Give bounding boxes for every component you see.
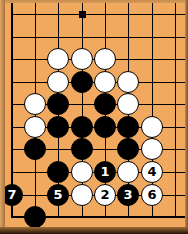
diagram-frame-bottom bbox=[0, 227, 188, 234]
white-stone-numbered: 2 bbox=[94, 184, 116, 206]
black-stone bbox=[117, 138, 139, 160]
hoshi-star-point bbox=[79, 11, 86, 18]
white-stone bbox=[117, 93, 139, 115]
black-stone bbox=[71, 138, 93, 160]
black-stone bbox=[24, 138, 46, 160]
grid-line-horizontal bbox=[11, 37, 185, 38]
white-stone bbox=[71, 161, 93, 183]
diagram-frame-left bbox=[0, 0, 5, 234]
black-stone bbox=[71, 71, 93, 93]
diagram-frame-right bbox=[185, 0, 188, 234]
move-number-label: 4 bbox=[147, 165, 156, 178]
black-stone bbox=[117, 116, 139, 138]
black-stone bbox=[94, 116, 116, 138]
grid-line-vertical bbox=[175, 3, 176, 218]
grid-line-horizontal bbox=[11, 14, 185, 15]
diagram-frame-top bbox=[0, 0, 188, 3]
white-stone bbox=[47, 71, 69, 93]
white-stone bbox=[94, 48, 116, 70]
white-stone bbox=[141, 138, 163, 160]
white-stone bbox=[24, 93, 46, 115]
black-stone bbox=[71, 116, 93, 138]
black-stone bbox=[47, 161, 69, 183]
white-stone bbox=[71, 184, 93, 206]
black-stone bbox=[47, 116, 69, 138]
black-stone bbox=[94, 93, 116, 115]
move-number-label: 5 bbox=[53, 188, 62, 201]
go-board-diagram: 1475236 bbox=[0, 0, 188, 234]
white-stone bbox=[24, 116, 46, 138]
white-stone-numbered: 6 bbox=[141, 184, 163, 206]
black-stone bbox=[24, 206, 46, 228]
go-board: 1475236 bbox=[0, 0, 188, 234]
white-stone bbox=[141, 116, 163, 138]
white-stone bbox=[71, 48, 93, 70]
move-number-label: 7 bbox=[7, 188, 16, 201]
white-stone bbox=[94, 71, 116, 93]
move-number-label: 1 bbox=[100, 165, 109, 178]
black-stone-numbered: 1 bbox=[94, 161, 116, 183]
move-number-label: 6 bbox=[147, 188, 156, 201]
move-number-label: 3 bbox=[123, 188, 132, 201]
move-number-label: 2 bbox=[100, 188, 109, 201]
white-stone bbox=[117, 161, 139, 183]
white-stone bbox=[117, 71, 139, 93]
black-stone-numbered: 3 bbox=[117, 184, 139, 206]
white-stone-numbered: 4 bbox=[141, 161, 163, 183]
black-stone-numbered: 5 bbox=[47, 184, 69, 206]
white-stone bbox=[47, 48, 69, 70]
black-stone bbox=[47, 93, 69, 115]
